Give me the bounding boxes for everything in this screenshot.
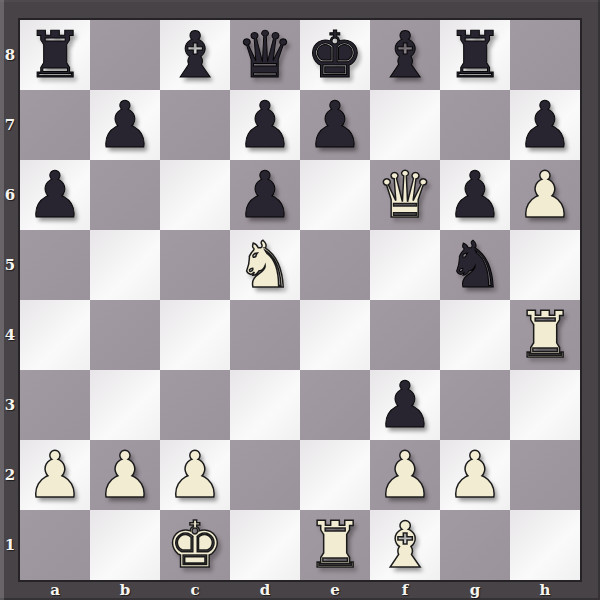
square-h1[interactable] <box>510 510 580 580</box>
square-e3[interactable] <box>300 370 370 440</box>
chess-board: ♜♝♛♚♝♜♟♟♟♟♟♟♛♟♟♞♞♜♟♟♟♟♟♟♚♜♝ <box>20 20 580 580</box>
square-e1[interactable]: ♜ <box>300 510 370 580</box>
square-h8[interactable] <box>510 20 580 90</box>
square-g6[interactable]: ♟ <box>440 160 510 230</box>
rank-label-5: 5 <box>0 230 20 300</box>
square-e2[interactable] <box>300 440 370 510</box>
square-h7[interactable]: ♟ <box>510 90 580 160</box>
file-label-d: d <box>230 580 300 600</box>
square-g1[interactable] <box>440 510 510 580</box>
piece-white-pawn[interactable]: ♟ <box>26 443 83 507</box>
rank-label-3: 3 <box>0 370 20 440</box>
square-f1[interactable]: ♝ <box>370 510 440 580</box>
file-label-a: a <box>20 580 90 600</box>
piece-white-pawn[interactable]: ♟ <box>166 443 223 507</box>
square-c5[interactable] <box>160 230 230 300</box>
piece-black-rook[interactable]: ♜ <box>446 23 503 87</box>
piece-black-pawn[interactable]: ♟ <box>26 163 83 227</box>
square-c4[interactable] <box>160 300 230 370</box>
rank-labels: 87654321 <box>0 20 20 580</box>
rank-label-1: 1 <box>0 510 20 580</box>
square-a2[interactable]: ♟ <box>20 440 90 510</box>
square-c2[interactable]: ♟ <box>160 440 230 510</box>
piece-black-king[interactable]: ♚ <box>306 23 363 87</box>
rank-label-8: 8 <box>0 20 20 90</box>
square-h2[interactable] <box>510 440 580 510</box>
square-c1[interactable]: ♚ <box>160 510 230 580</box>
square-d8[interactable]: ♛ <box>230 20 300 90</box>
square-g4[interactable] <box>440 300 510 370</box>
square-h4[interactable]: ♜ <box>510 300 580 370</box>
square-f8[interactable]: ♝ <box>370 20 440 90</box>
piece-black-pawn[interactable]: ♟ <box>306 93 363 157</box>
square-a6[interactable]: ♟ <box>20 160 90 230</box>
square-d7[interactable]: ♟ <box>230 90 300 160</box>
square-c3[interactable] <box>160 370 230 440</box>
file-label-h: h <box>510 580 580 600</box>
piece-white-pawn[interactable]: ♟ <box>446 443 503 507</box>
square-b4[interactable] <box>90 300 160 370</box>
file-label-c: c <box>160 580 230 600</box>
square-h6[interactable]: ♟ <box>510 160 580 230</box>
square-a3[interactable] <box>20 370 90 440</box>
piece-white-queen[interactable]: ♛ <box>376 163 433 227</box>
square-e7[interactable]: ♟ <box>300 90 370 160</box>
square-b3[interactable] <box>90 370 160 440</box>
square-b8[interactable] <box>90 20 160 90</box>
square-d4[interactable] <box>230 300 300 370</box>
square-a8[interactable]: ♜ <box>20 20 90 90</box>
piece-white-king[interactable]: ♚ <box>166 513 223 577</box>
square-b5[interactable] <box>90 230 160 300</box>
file-label-e: e <box>300 580 370 600</box>
square-d5[interactable]: ♞ <box>230 230 300 300</box>
square-b6[interactable] <box>90 160 160 230</box>
piece-white-pawn[interactable]: ♟ <box>516 163 573 227</box>
piece-black-bishop[interactable]: ♝ <box>166 23 223 87</box>
square-e5[interactable] <box>300 230 370 300</box>
piece-white-pawn[interactable]: ♟ <box>376 443 433 507</box>
square-e6[interactable] <box>300 160 370 230</box>
square-b2[interactable]: ♟ <box>90 440 160 510</box>
rank-label-7: 7 <box>0 90 20 160</box>
square-a5[interactable] <box>20 230 90 300</box>
square-d1[interactable] <box>230 510 300 580</box>
piece-black-knight[interactable]: ♞ <box>446 233 503 297</box>
rank-label-6: 6 <box>0 160 20 230</box>
square-a4[interactable] <box>20 300 90 370</box>
square-f4[interactable] <box>370 300 440 370</box>
file-labels: abcdefgh <box>20 580 580 600</box>
piece-white-bishop[interactable]: ♝ <box>376 513 433 577</box>
square-d2[interactable] <box>230 440 300 510</box>
square-a7[interactable] <box>20 90 90 160</box>
file-label-g: g <box>440 580 510 600</box>
square-d6[interactable]: ♟ <box>230 160 300 230</box>
square-f3[interactable]: ♟ <box>370 370 440 440</box>
square-a1[interactable] <box>20 510 90 580</box>
square-h5[interactable] <box>510 230 580 300</box>
piece-white-rook[interactable]: ♜ <box>306 513 363 577</box>
square-e4[interactable] <box>300 300 370 370</box>
chess-board-frame: 87654321 ♜♝♛♚♝♜♟♟♟♟♟♟♛♟♟♞♞♜♟♟♟♟♟♟♚♜♝ abc… <box>0 0 600 600</box>
file-label-b: b <box>90 580 160 600</box>
piece-black-pawn[interactable]: ♟ <box>236 163 293 227</box>
square-b1[interactable] <box>90 510 160 580</box>
piece-white-pawn[interactable]: ♟ <box>96 443 153 507</box>
square-f7[interactable] <box>370 90 440 160</box>
square-c8[interactable]: ♝ <box>160 20 230 90</box>
square-g8[interactable]: ♜ <box>440 20 510 90</box>
square-f2[interactable]: ♟ <box>370 440 440 510</box>
piece-black-pawn[interactable]: ♟ <box>446 163 503 227</box>
square-c6[interactable] <box>160 160 230 230</box>
square-d3[interactable] <box>230 370 300 440</box>
square-e8[interactable]: ♚ <box>300 20 370 90</box>
piece-black-pawn[interactable]: ♟ <box>96 93 153 157</box>
piece-black-rook[interactable]: ♜ <box>26 23 83 87</box>
piece-black-bishop[interactable]: ♝ <box>376 23 433 87</box>
square-g3[interactable] <box>440 370 510 440</box>
piece-black-pawn[interactable]: ♟ <box>516 93 573 157</box>
piece-black-pawn[interactable]: ♟ <box>236 93 293 157</box>
square-b7[interactable]: ♟ <box>90 90 160 160</box>
square-g7[interactable] <box>440 90 510 160</box>
square-g2[interactable]: ♟ <box>440 440 510 510</box>
square-f5[interactable] <box>370 230 440 300</box>
square-c7[interactable] <box>160 90 230 160</box>
piece-white-rook[interactable]: ♜ <box>516 303 573 367</box>
piece-black-pawn[interactable]: ♟ <box>376 373 433 437</box>
square-g5[interactable]: ♞ <box>440 230 510 300</box>
square-h3[interactable] <box>510 370 580 440</box>
piece-black-queen[interactable]: ♛ <box>236 23 293 87</box>
file-label-f: f <box>370 580 440 600</box>
piece-white-knight[interactable]: ♞ <box>236 233 293 297</box>
square-f6[interactable]: ♛ <box>370 160 440 230</box>
rank-label-2: 2 <box>0 440 20 510</box>
rank-label-4: 4 <box>0 300 20 370</box>
